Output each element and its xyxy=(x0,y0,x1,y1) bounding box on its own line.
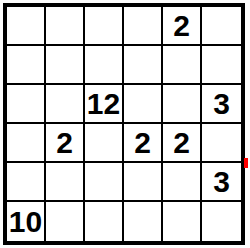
grid-cell[interactable] xyxy=(202,202,241,241)
grid-cell[interactable] xyxy=(163,163,202,202)
red-edge-marker xyxy=(244,158,248,168)
grid-cell[interactable] xyxy=(85,46,124,85)
grid-cell[interactable] xyxy=(7,46,46,85)
grid-cell[interactable] xyxy=(124,85,163,124)
grid-cell[interactable] xyxy=(163,202,202,241)
grid-cell[interactable] xyxy=(7,124,46,163)
grid-cell[interactable] xyxy=(7,7,46,46)
grid-cell[interactable] xyxy=(124,7,163,46)
grid-cell[interactable] xyxy=(85,202,124,241)
grid-cell[interactable]: 2 xyxy=(163,7,202,46)
grid-cell[interactable]: 3 xyxy=(202,163,241,202)
grid-cell[interactable] xyxy=(163,85,202,124)
grid-cell[interactable] xyxy=(85,7,124,46)
grid-cell[interactable] xyxy=(46,85,85,124)
grid-cell[interactable] xyxy=(85,163,124,202)
grid-cell[interactable]: 2 xyxy=(124,124,163,163)
grid-cell[interactable] xyxy=(46,7,85,46)
grid-cell[interactable] xyxy=(202,7,241,46)
grid-cell[interactable] xyxy=(7,85,46,124)
grid-cell[interactable]: 12 xyxy=(85,85,124,124)
puzzle-page: 2 12 3 2 2 2 3 10 xyxy=(0,0,250,248)
grid-cell[interactable] xyxy=(85,124,124,163)
grid-cell[interactable] xyxy=(124,202,163,241)
grid-cell[interactable] xyxy=(202,46,241,85)
grid-cell[interactable] xyxy=(46,202,85,241)
grid-cell[interactable]: 10 xyxy=(7,202,46,241)
puzzle-board: 2 12 3 2 2 2 3 10 xyxy=(3,3,245,245)
grid-cell[interactable]: 3 xyxy=(202,85,241,124)
grid-cell[interactable] xyxy=(163,46,202,85)
grid-cell[interactable]: 2 xyxy=(163,124,202,163)
grid-cell[interactable] xyxy=(46,46,85,85)
grid-cell[interactable] xyxy=(7,163,46,202)
grid-cell[interactable] xyxy=(46,163,85,202)
grid-cell[interactable] xyxy=(124,46,163,85)
grid-cell[interactable]: 2 xyxy=(46,124,85,163)
grid-cell[interactable] xyxy=(202,124,241,163)
grid-cell[interactable] xyxy=(124,163,163,202)
